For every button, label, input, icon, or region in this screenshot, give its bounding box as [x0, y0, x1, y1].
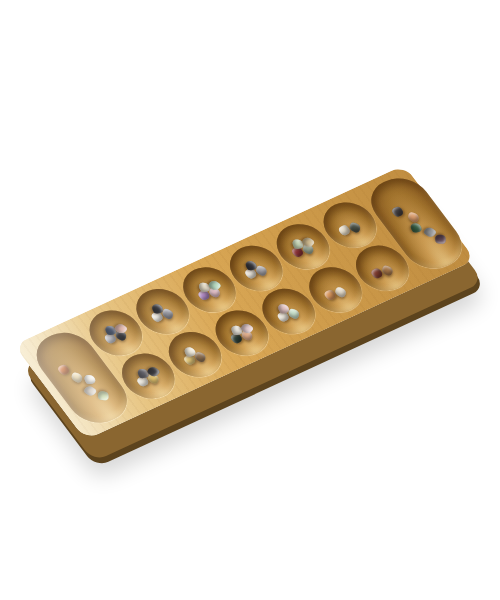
gemstone — [83, 385, 98, 398]
gemstone — [435, 235, 446, 245]
gemstone — [56, 364, 71, 376]
gemstone — [381, 264, 394, 276]
gemstone — [97, 391, 108, 401]
mancala-board — [14, 165, 476, 440]
gemstone — [407, 212, 420, 224]
photo-background — [0, 0, 500, 600]
pit-grid — [14, 165, 476, 440]
gemstone — [390, 206, 405, 218]
gemstone — [409, 223, 422, 233]
gemstone — [83, 374, 96, 384]
gemstone — [334, 286, 347, 298]
gemstone — [70, 372, 83, 384]
gemstone — [348, 221, 361, 233]
